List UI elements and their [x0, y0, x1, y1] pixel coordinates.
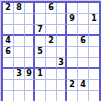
cell-r3c1[interactable] — [3, 25, 14, 36]
cell-r2c5[interactable] — [46, 14, 57, 25]
cell-r8c7[interactable]: 2 — [67, 80, 78, 91]
cell-r3c8[interactable] — [78, 25, 89, 36]
cell-r2c1[interactable] — [3, 14, 14, 25]
cell-r6c9[interactable] — [89, 58, 99, 69]
cell-r3c2[interactable] — [14, 25, 25, 36]
cell-r8c1[interactable] — [3, 80, 14, 91]
cell-r5c7[interactable] — [67, 47, 78, 58]
cell-r4c7[interactable] — [67, 36, 78, 47]
cell-r8c6[interactable] — [57, 80, 67, 91]
cell-r3c9[interactable] — [89, 25, 99, 36]
cell-r8c8[interactable]: 4 — [78, 80, 89, 91]
cell-r2c4[interactable] — [35, 14, 46, 25]
cell-r4c4[interactable] — [35, 36, 46, 47]
cell-r2c7[interactable]: 9 — [67, 14, 78, 25]
cell-r1c8[interactable] — [78, 3, 89, 14]
sudoku-board: 28691742665339124 — [1, 1, 101, 101]
cell-r4c3[interactable] — [25, 36, 35, 47]
cell-r4c9[interactable] — [89, 36, 99, 47]
cell-r7c5[interactable] — [46, 69, 57, 80]
cell-r6c5[interactable] — [46, 58, 57, 69]
cell-r6c7[interactable] — [67, 58, 78, 69]
cell-r3c5[interactable] — [46, 25, 57, 36]
cell-r6c8[interactable] — [78, 58, 89, 69]
cell-r4c2[interactable] — [14, 36, 25, 47]
cell-r1c4[interactable] — [35, 3, 46, 14]
cell-r1c6[interactable] — [57, 3, 67, 14]
cell-r1c7[interactable] — [67, 3, 78, 14]
cell-r9c4[interactable] — [35, 91, 46, 101]
cell-r7c2[interactable]: 3 — [14, 69, 25, 80]
cell-r1c9[interactable] — [89, 3, 99, 14]
cell-r5c5[interactable] — [46, 47, 57, 58]
cell-r9c9[interactable] — [89, 91, 99, 101]
cell-r3c6[interactable] — [57, 25, 67, 36]
cell-r5c2[interactable] — [14, 47, 25, 58]
cell-r7c4[interactable]: 1 — [35, 69, 46, 80]
cell-r1c3[interactable] — [25, 3, 35, 14]
cell-r9c3[interactable] — [25, 91, 35, 101]
cell-r7c9[interactable] — [89, 69, 99, 80]
cell-r6c6[interactable]: 3 — [57, 58, 67, 69]
cell-r4c1[interactable]: 4 — [3, 36, 14, 47]
cell-r5c1[interactable]: 6 — [3, 47, 14, 58]
sudoku-screenshot: { "game": { "type": "sudoku", "rows": 9,… — [0, 0, 101, 101]
cell-r9c1[interactable] — [3, 91, 14, 101]
cell-r7c3[interactable]: 9 — [25, 69, 35, 80]
cell-r8c4[interactable] — [35, 80, 46, 91]
cell-r5c4[interactable]: 5 — [35, 47, 46, 58]
cell-r3c3[interactable] — [25, 25, 35, 36]
cell-r6c3[interactable] — [25, 58, 35, 69]
cell-r5c9[interactable] — [89, 47, 99, 58]
cell-r9c5[interactable] — [46, 91, 57, 101]
cell-r7c6[interactable] — [57, 69, 67, 80]
cell-r3c4[interactable]: 7 — [35, 25, 46, 36]
cell-r2c8[interactable] — [78, 14, 89, 25]
cell-r8c2[interactable] — [14, 80, 25, 91]
cell-r1c2[interactable]: 8 — [14, 3, 25, 14]
cell-r9c6[interactable] — [57, 91, 67, 101]
cell-r6c4[interactable] — [35, 58, 46, 69]
cell-r9c8[interactable] — [78, 91, 89, 101]
cell-r9c2[interactable] — [14, 91, 25, 101]
cell-r4c5[interactable]: 2 — [46, 36, 57, 47]
cell-r6c1[interactable] — [3, 58, 14, 69]
cell-r2c6[interactable] — [57, 14, 67, 25]
cell-r4c6[interactable] — [57, 36, 67, 47]
cell-r5c6[interactable] — [57, 47, 67, 58]
cell-r1c1[interactable]: 2 — [3, 3, 14, 14]
cell-r4c8[interactable]: 6 — [78, 36, 89, 47]
cell-r7c1[interactable] — [3, 69, 14, 80]
cell-r8c5[interactable] — [46, 80, 57, 91]
cell-r5c3[interactable] — [25, 47, 35, 58]
cell-r9c7[interactable] — [67, 91, 78, 101]
cell-r8c9[interactable] — [89, 80, 99, 91]
cell-r2c3[interactable] — [25, 14, 35, 25]
cell-r5c8[interactable] — [78, 47, 89, 58]
cell-r3c7[interactable] — [67, 25, 78, 36]
cell-r2c2[interactable] — [14, 14, 25, 25]
cell-r2c9[interactable]: 1 — [89, 14, 99, 25]
cell-r6c2[interactable] — [14, 58, 25, 69]
cell-r7c8[interactable] — [78, 69, 89, 80]
cell-r8c3[interactable] — [25, 80, 35, 91]
cell-r7c7[interactable] — [67, 69, 78, 80]
cell-r1c5[interactable]: 6 — [46, 3, 57, 14]
